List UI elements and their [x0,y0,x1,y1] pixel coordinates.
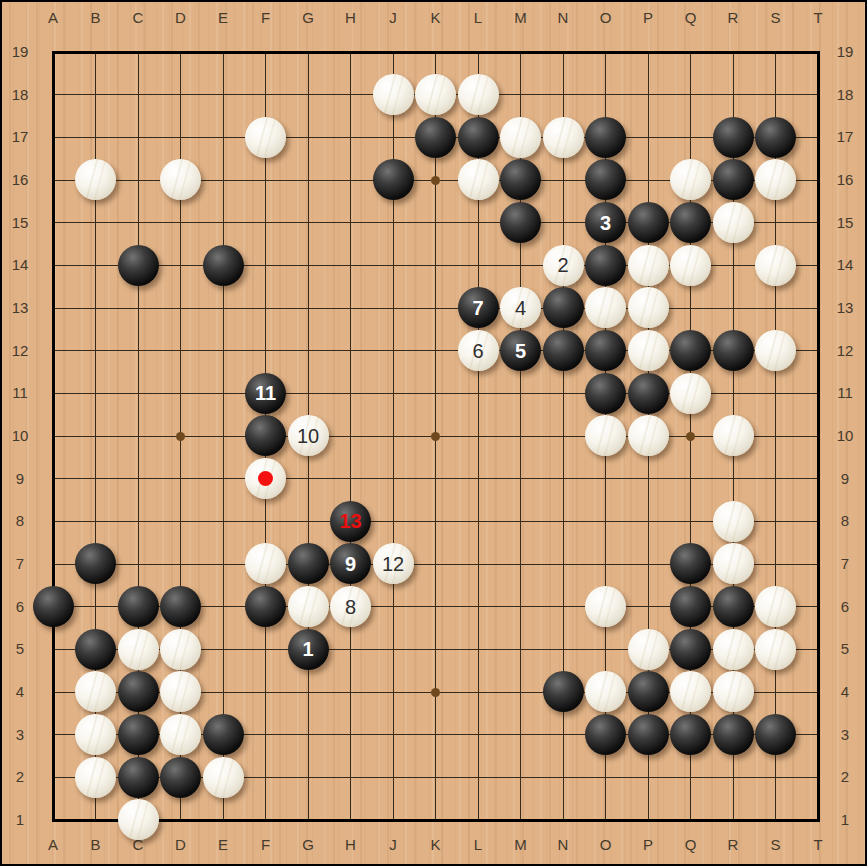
column-label-M-top: M [509,9,533,27]
board-point-B2[interactable] [74,756,117,799]
board-point-P3[interactable] [627,713,670,756]
white-stone-Q16[interactable] [670,159,711,200]
move-number-4: 4 [515,298,526,318]
board-point-A6[interactable] [32,585,75,628]
white-stone-D16[interactable] [160,159,201,200]
column-label-K-top: K [424,9,448,27]
black-stone-P4[interactable] [628,671,669,712]
board-point-C4[interactable] [117,671,160,714]
board-point-M12[interactable]: 5 [499,329,542,372]
white-stone-N17[interactable] [543,117,584,158]
board-point-Q12[interactable] [669,329,712,372]
white-stone-G10[interactable]: 10 [288,415,329,456]
white-stone-Q14[interactable] [670,245,711,286]
board-point-C1[interactable] [117,799,160,842]
board-point-Q14[interactable] [669,244,712,287]
board-point-R8[interactable] [712,500,755,543]
black-stone-D6[interactable] [160,586,201,627]
board-point-B4[interactable] [74,671,117,714]
white-stone-C1[interactable] [118,799,159,840]
board-point-P11[interactable] [627,372,670,415]
board-point-Q4[interactable] [669,671,712,714]
black-stone-F11[interactable]: 11 [245,373,286,414]
move-number-8: 8 [345,597,356,617]
board-point-S17[interactable] [754,116,797,159]
board-point-P10[interactable] [627,415,670,458]
black-stone-M15[interactable] [500,202,541,243]
board-point-O11[interactable] [584,372,627,415]
board-point-R7[interactable] [712,543,755,586]
move-number-2: 2 [557,255,568,275]
white-stone-R7[interactable] [713,543,754,584]
go-board-diagram: go AABBCCDDEEFFGGHHJJKKLLMMNNOOPPQQRRSST… [0,0,867,866]
board-point-L17[interactable] [457,116,500,159]
black-stone-D2[interactable] [160,757,201,798]
white-stone-N14[interactable]: 2 [543,245,584,286]
board-point-F6[interactable] [244,585,287,628]
board-point-C14[interactable] [117,244,160,287]
board-point-C3[interactable] [117,713,160,756]
black-stone-E14[interactable] [203,245,244,286]
board-point-O12[interactable] [584,329,627,372]
black-stone-P15[interactable] [628,202,669,243]
board-point-O15[interactable]: 3 [584,201,627,244]
black-stone-O17[interactable] [585,117,626,158]
board-point-Q15[interactable] [669,201,712,244]
white-stone-F9[interactable] [245,458,286,499]
black-stone-B7[interactable] [75,543,116,584]
board-point-O3[interactable] [584,713,627,756]
board-point-M17[interactable] [499,116,542,159]
white-stone-B4[interactable] [75,671,116,712]
board-point-F10[interactable] [244,415,287,458]
black-stone-S3[interactable] [755,714,796,755]
column-label-S-top: S [764,9,788,27]
move-number-5: 5 [515,341,526,361]
black-stone-M12[interactable]: 5 [500,330,541,371]
black-stone-K17[interactable] [415,117,456,158]
board-point-R5[interactable] [712,628,755,671]
white-stone-F17[interactable] [245,117,286,158]
move-number-3: 3 [600,213,611,233]
black-stone-N4[interactable] [543,671,584,712]
board-point-Q7[interactable] [669,543,712,586]
black-stone-R17[interactable] [713,117,754,158]
column-label-G-top: G [296,9,320,27]
board-point-O16[interactable] [584,159,627,202]
white-stone-F7[interactable] [245,543,286,584]
board-point-J7[interactable]: 12 [372,543,415,586]
white-stone-L18[interactable] [458,74,499,115]
white-stone-O10[interactable] [585,415,626,456]
white-stone-S16[interactable] [755,159,796,200]
board-point-S12[interactable] [754,329,797,372]
board-point-D5[interactable] [159,628,202,671]
white-stone-S14[interactable] [755,245,796,286]
white-stone-S12[interactable] [755,330,796,371]
black-stone-E3[interactable] [203,714,244,755]
board-point-L18[interactable] [457,73,500,116]
black-stone-Q12[interactable] [670,330,711,371]
board-point-O4[interactable] [584,671,627,714]
board-point-R10[interactable] [712,415,755,458]
black-stone-O12[interactable] [585,330,626,371]
board-point-L13[interactable]: 7 [457,287,500,330]
white-stone-B16[interactable] [75,159,116,200]
board-point-D2[interactable] [159,756,202,799]
column-label-O-top: O [594,9,618,27]
column-label-H-top: H [339,9,363,27]
board-point-Q5[interactable] [669,628,712,671]
board-point-K17[interactable] [414,116,457,159]
column-label-A-top: A [41,9,65,27]
board-point-D4[interactable] [159,671,202,714]
white-stone-S5[interactable] [755,629,796,670]
board-point-L16[interactable] [457,159,500,202]
black-stone-O14[interactable] [585,245,626,286]
column-label-J-top: J [381,9,405,27]
board-point-N17[interactable] [542,116,585,159]
white-stone-O4[interactable] [585,671,626,712]
move-number-9: 9 [345,554,356,574]
board-point-G5[interactable]: 1 [287,628,330,671]
board-point-S16[interactable] [754,159,797,202]
white-stone-P13[interactable] [628,287,669,328]
board-point-C5[interactable] [117,628,160,671]
black-stone-Q7[interactable] [670,543,711,584]
black-stone-B5[interactable] [75,629,116,670]
white-stone-P10[interactable] [628,415,669,456]
white-stone-Q4[interactable] [670,671,711,712]
board-grid[interactable]: 32746511101391281 [32,31,840,842]
board-point-F17[interactable] [244,116,287,159]
white-stone-H6[interactable]: 8 [330,586,371,627]
board-point-Q11[interactable] [669,372,712,415]
white-stone-R15[interactable] [713,202,754,243]
board-point-M15[interactable] [499,201,542,244]
black-stone-H8[interactable]: 13 [330,501,371,542]
board-point-R6[interactable] [712,585,755,628]
white-stone-P14[interactable] [628,245,669,286]
board-point-L12[interactable]: 6 [457,329,500,372]
white-stone-R10[interactable] [713,415,754,456]
board-point-P14[interactable] [627,244,670,287]
black-stone-F10[interactable] [245,415,286,456]
white-stone-B2[interactable] [75,757,116,798]
black-stone-O16[interactable] [585,159,626,200]
white-stone-R5[interactable] [713,629,754,670]
board-point-M13[interactable]: 4 [499,287,542,330]
board-point-P15[interactable] [627,201,670,244]
board-point-S3[interactable] [754,713,797,756]
board-point-G10[interactable]: 10 [287,415,330,458]
board-point-Q3[interactable] [669,713,712,756]
column-label-F-top: F [254,9,278,27]
board-point-B7[interactable] [74,543,117,586]
white-stone-L16[interactable] [458,159,499,200]
move-number-13: 13 [339,511,361,531]
board-point-S5[interactable] [754,628,797,671]
black-stone-S17[interactable] [755,117,796,158]
board-point-R12[interactable] [712,329,755,372]
column-label-P-top: P [636,9,660,27]
board-point-B3[interactable] [74,713,117,756]
white-stone-R4[interactable] [713,671,754,712]
white-stone-J18[interactable] [373,74,414,115]
board-point-O10[interactable] [584,415,627,458]
white-stone-M17[interactable] [500,117,541,158]
board-point-O17[interactable] [584,116,627,159]
board-point-E2[interactable] [202,756,245,799]
black-stone-P11[interactable] [628,373,669,414]
board-point-R17[interactable] [712,116,755,159]
column-label-N-top: N [551,9,575,27]
board-point-M16[interactable] [499,159,542,202]
board-point-R3[interactable] [712,713,755,756]
black-stone-H7[interactable]: 9 [330,543,371,584]
white-stone-O6[interactable] [585,586,626,627]
white-stone-D4[interactable] [160,671,201,712]
board-point-G7[interactable] [287,543,330,586]
move-number-11: 11 [255,383,276,403]
board-point-N4[interactable] [542,671,585,714]
white-stone-R8[interactable] [713,501,754,542]
board-point-O14[interactable] [584,244,627,287]
white-stone-S6[interactable] [755,586,796,627]
column-label-L-top: L [466,9,490,27]
black-stone-L13[interactable]: 7 [458,287,499,328]
white-stone-D3[interactable] [160,714,201,755]
board-point-O6[interactable] [584,585,627,628]
board-point-K18[interactable] [414,73,457,116]
board-point-R16[interactable] [712,159,755,202]
board-point-E3[interactable] [202,713,245,756]
board-point-D16[interactable] [159,159,202,202]
black-stone-Q15[interactable] [670,202,711,243]
board-point-S14[interactable] [754,244,797,287]
black-stone-C14[interactable] [118,245,159,286]
board-point-P13[interactable] [627,287,670,330]
board-point-F9[interactable] [244,457,287,500]
board-point-H6[interactable]: 8 [329,585,372,628]
move-number-6: 6 [472,341,483,361]
column-label-R-top: R [721,9,745,27]
black-stone-R6[interactable] [713,586,754,627]
board-point-C6[interactable] [117,585,160,628]
red-dot-marker [258,471,273,486]
column-label-B-top: B [84,9,108,27]
board-point-F7[interactable] [244,543,287,586]
board-point-N12[interactable] [542,329,585,372]
black-stone-N12[interactable] [543,330,584,371]
board-point-H7[interactable]: 9 [329,543,372,586]
board-point-P12[interactable] [627,329,670,372]
black-stone-Q3[interactable] [670,714,711,755]
column-label-E-top: E [211,9,235,27]
black-stone-L17[interactable] [458,117,499,158]
white-stone-O13[interactable] [585,287,626,328]
column-label-C-top: C [126,9,150,27]
move-number-12: 12 [382,554,404,574]
board-point-P4[interactable] [627,671,670,714]
black-stone-Q6[interactable] [670,586,711,627]
board-point-D3[interactable] [159,713,202,756]
black-stone-C2[interactable] [118,757,159,798]
black-stone-Q5[interactable] [670,629,711,670]
black-stone-M16[interactable] [500,159,541,200]
white-stone-K18[interactable] [415,74,456,115]
white-stone-P5[interactable] [628,629,669,670]
column-label-T-top: T [806,9,830,27]
black-stone-O3[interactable] [585,714,626,755]
board-point-N13[interactable] [542,287,585,330]
white-stone-M13[interactable]: 4 [500,287,541,328]
black-stone-R12[interactable] [713,330,754,371]
move-number-10: 10 [297,426,319,446]
white-stone-J7[interactable]: 12 [373,543,414,584]
move-number-1: 1 [302,639,313,659]
black-stone-G5[interactable]: 1 [288,629,329,670]
board-point-Q16[interactable] [669,159,712,202]
column-label-Q-top: Q [679,9,703,27]
black-stone-R16[interactable] [713,159,754,200]
board-point-P5[interactable] [627,628,670,671]
column-label-D-top: D [169,9,193,27]
white-stone-G6[interactable] [288,586,329,627]
board-point-Q6[interactable] [669,585,712,628]
board-point-N14[interactable]: 2 [542,244,585,287]
board-point-R4[interactable] [712,671,755,714]
black-stone-R3[interactable] [713,714,754,755]
black-stone-O15[interactable]: 3 [585,202,626,243]
black-stone-A6[interactable] [33,586,74,627]
white-stone-E2[interactable] [203,757,244,798]
board-point-D6[interactable] [159,585,202,628]
white-stone-B3[interactable] [75,714,116,755]
black-stone-C3[interactable] [118,714,159,755]
board-point-O13[interactable] [584,287,627,330]
board-point-E14[interactable] [202,244,245,287]
black-stone-P3[interactable] [628,714,669,755]
board-point-B5[interactable] [74,628,117,671]
board-point-J18[interactable] [372,73,415,116]
board-point-H8[interactable]: 13 [329,500,372,543]
black-stone-J16[interactable] [373,159,414,200]
move-number-7: 7 [472,298,483,318]
board-point-F11[interactable]: 11 [244,372,287,415]
board-point-C2[interactable] [117,756,160,799]
white-stone-C5[interactable] [118,629,159,670]
board-point-B16[interactable] [74,159,117,202]
board-point-R15[interactable] [712,201,755,244]
black-stone-F6[interactable] [245,586,286,627]
board-point-S6[interactable] [754,585,797,628]
black-stone-O11[interactable] [585,373,626,414]
black-stone-C6[interactable] [118,586,159,627]
board-point-J16[interactable] [372,159,415,202]
black-stone-N13[interactable] [543,287,584,328]
white-stone-D5[interactable] [160,629,201,670]
black-stone-C4[interactable] [118,671,159,712]
board-point-G6[interactable] [287,585,330,628]
black-stone-G7[interactable] [288,543,329,584]
white-stone-L12[interactable]: 6 [458,330,499,371]
white-stone-P12[interactable] [628,330,669,371]
white-stone-Q11[interactable] [670,373,711,414]
